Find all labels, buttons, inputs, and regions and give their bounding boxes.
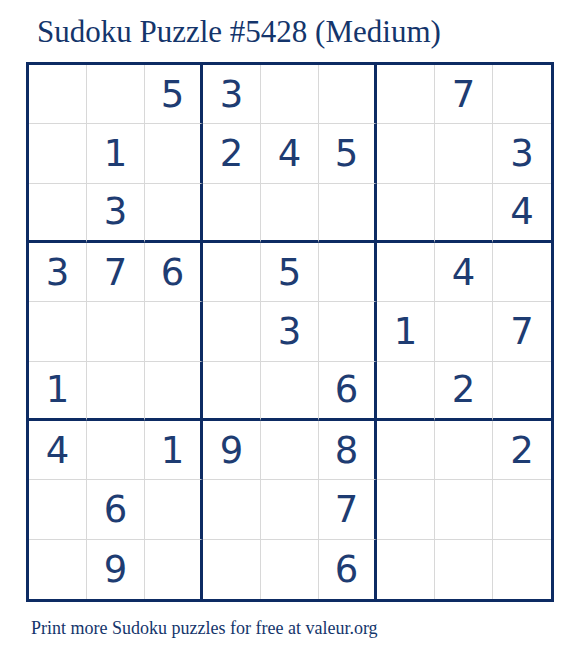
cell-r4c5: 5: [261, 243, 319, 302]
cell-r9c4[interactable]: [203, 540, 261, 599]
cell-r7c6: 8: [319, 421, 377, 480]
cell-r7c8[interactable]: [435, 421, 493, 480]
cell-r2c4: 2: [203, 124, 261, 183]
cell-r2c9: 3: [493, 124, 551, 183]
cell-r5c7: 1: [377, 302, 435, 361]
cell-r9c7[interactable]: [377, 540, 435, 599]
cell-r5c3[interactable]: [145, 302, 203, 361]
cell-r2c8[interactable]: [435, 124, 493, 183]
cell-r6c7[interactable]: [377, 362, 435, 421]
cell-r1c7[interactable]: [377, 65, 435, 124]
cell-r6c8: 2: [435, 362, 493, 421]
cell-r6c9[interactable]: [493, 362, 551, 421]
cell-r2c7[interactable]: [377, 124, 435, 183]
cell-r7c9: 2: [493, 421, 551, 480]
cell-r1c3: 5: [145, 65, 203, 124]
cell-r9c1[interactable]: [29, 540, 87, 599]
cell-r6c6: 6: [319, 362, 377, 421]
cell-r4c4[interactable]: [203, 243, 261, 302]
cell-r8c3[interactable]: [145, 480, 203, 539]
cell-r4c7[interactable]: [377, 243, 435, 302]
cell-r1c8: 7: [435, 65, 493, 124]
cell-r3c5[interactable]: [261, 184, 319, 243]
cell-r5c5: 3: [261, 302, 319, 361]
cell-r1c5[interactable]: [261, 65, 319, 124]
cell-r3c3[interactable]: [145, 184, 203, 243]
cell-r6c3[interactable]: [145, 362, 203, 421]
cell-r6c2[interactable]: [87, 362, 145, 421]
cell-r9c9: [493, 540, 551, 599]
cell-r3c1[interactable]: [29, 184, 87, 243]
cell-r9c3[interactable]: [145, 540, 203, 599]
cell-r8c4[interactable]: [203, 480, 261, 539]
cell-r8c6: 7: [319, 480, 377, 539]
cell-r9c2: 9: [87, 540, 145, 599]
cell-r4c8: 4: [435, 243, 493, 302]
cell-r1c6[interactable]: [319, 65, 377, 124]
cell-r6c4[interactable]: [203, 362, 261, 421]
cell-r7c7[interactable]: [377, 421, 435, 480]
cell-r3c2: 3: [87, 184, 145, 243]
cell-r7c3: 1: [145, 421, 203, 480]
cell-r7c1: 4: [29, 421, 87, 480]
cell-r5c4[interactable]: [203, 302, 261, 361]
cell-r7c4: 9: [203, 421, 261, 480]
cell-r2c3[interactable]: [145, 124, 203, 183]
cell-r1c1[interactable]: [29, 65, 87, 124]
cell-r9c6: 6: [319, 540, 377, 599]
cell-r8c9[interactable]: [493, 480, 551, 539]
cell-r6c1: 1: [29, 362, 87, 421]
cell-r3c7[interactable]: [377, 184, 435, 243]
cell-r2c6: 5: [319, 124, 377, 183]
cell-r5c1[interactable]: [29, 302, 87, 361]
cell-r9c8[interactable]: [435, 540, 493, 599]
cell-r1c2[interactable]: [87, 65, 145, 124]
cell-r3c6[interactable]: [319, 184, 377, 243]
page-title: Sudoku Puzzle #5428 (Medium): [37, 14, 441, 50]
cell-r6c5[interactable]: [261, 362, 319, 421]
cell-r5c9: 7: [493, 302, 551, 361]
cell-r1c4: 3: [203, 65, 261, 124]
cell-r7c2[interactable]: [87, 421, 145, 480]
cell-r8c2: 6: [87, 480, 145, 539]
cell-r8c8[interactable]: [435, 480, 493, 539]
cell-r8c7[interactable]: [377, 480, 435, 539]
cell-r8c1[interactable]: [29, 480, 87, 539]
cell-r3c9: 4: [493, 184, 551, 243]
cell-r2c1[interactable]: [29, 124, 87, 183]
sudoku-grid: 537124533437654317162419826796: [26, 62, 554, 602]
sudoku-page: Sudoku Puzzle #5428 (Medium) 53712453343…: [0, 0, 574, 651]
cell-r1c9[interactable]: [493, 65, 551, 124]
cell-r4c3: 6: [145, 243, 203, 302]
cell-r9c5[interactable]: [261, 540, 319, 599]
cell-r8c5[interactable]: [261, 480, 319, 539]
cell-r4c6[interactable]: [319, 243, 377, 302]
cell-r5c2[interactable]: [87, 302, 145, 361]
cell-r5c6[interactable]: [319, 302, 377, 361]
cell-r3c4[interactable]: [203, 184, 261, 243]
cell-r3c8[interactable]: [435, 184, 493, 243]
cell-r4c9[interactable]: [493, 243, 551, 302]
cell-r4c2: 7: [87, 243, 145, 302]
cell-r2c5: 4: [261, 124, 319, 183]
cell-r2c2: 1: [87, 124, 145, 183]
cell-r5c8[interactable]: [435, 302, 493, 361]
footer-text: Print more Sudoku puzzles for free at va…: [31, 618, 378, 639]
cell-r4c1: 3: [29, 243, 87, 302]
cell-r7c5[interactable]: [261, 421, 319, 480]
